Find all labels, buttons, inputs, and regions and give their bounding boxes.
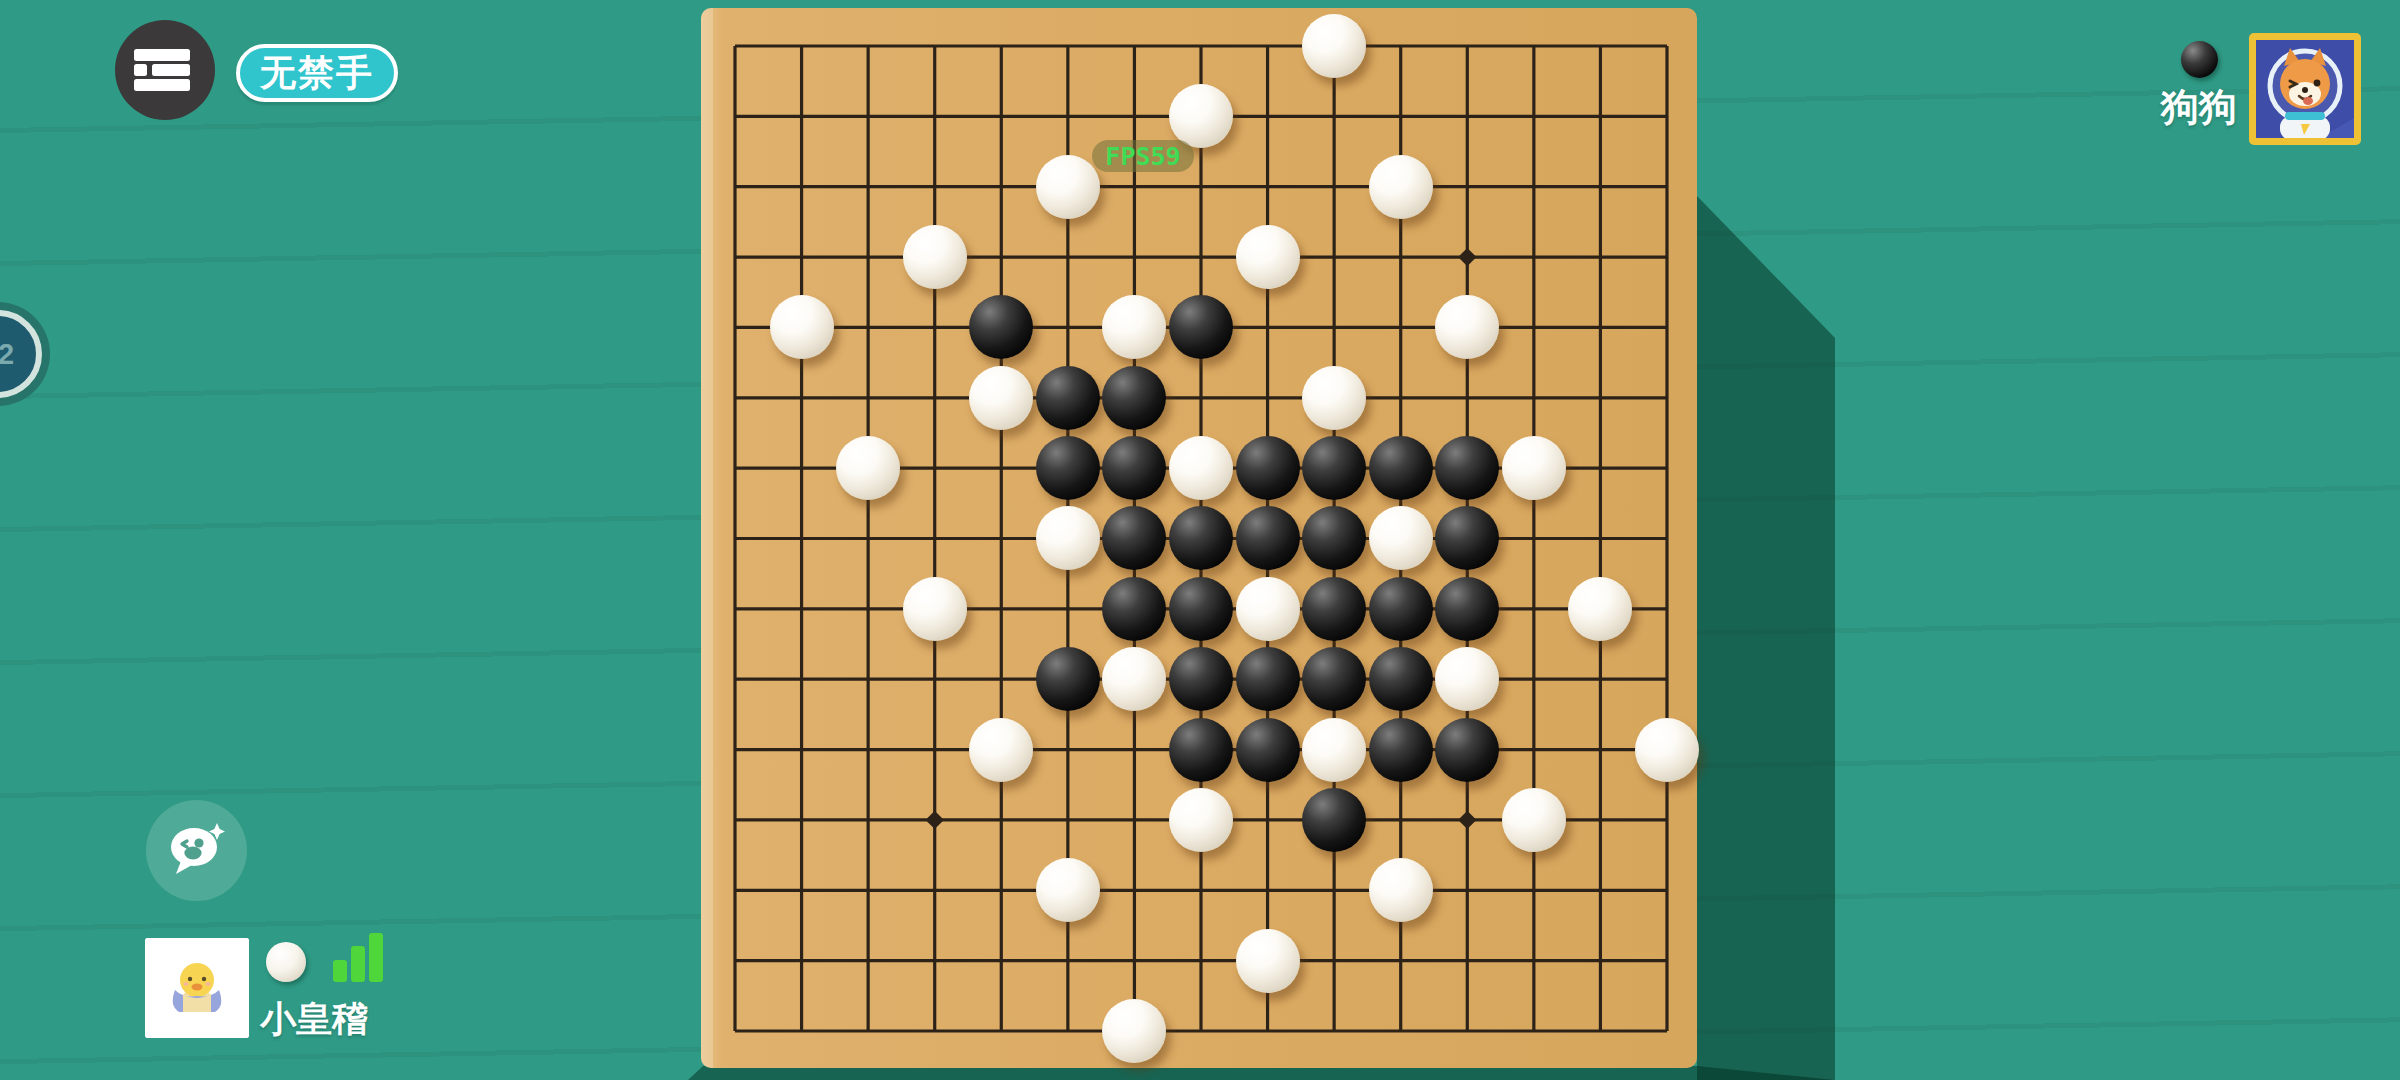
stone-white: [1036, 155, 1100, 219]
rule-badge: 无禁手: [236, 44, 398, 102]
player-top-avatar: [2249, 33, 2361, 145]
white-stone-indicator: [266, 942, 306, 982]
stone-black: [1369, 718, 1433, 782]
stone-white: [1502, 436, 1566, 500]
stone-white: [1568, 577, 1632, 641]
menu-bar-middle: [134, 64, 190, 76]
stone-black: [1435, 718, 1499, 782]
stone-white: [1502, 788, 1566, 852]
stone-black: [1302, 647, 1366, 711]
chat-emote-button[interactable]: [146, 800, 247, 901]
stone-black: [1169, 577, 1233, 641]
game-screen: 无禁手 22 FPS59 狗狗: [0, 0, 2400, 1080]
stone-black: [1036, 647, 1100, 711]
stone-white: [1369, 858, 1433, 922]
stone-white: [836, 436, 900, 500]
black-stone-indicator: [2181, 41, 2218, 78]
stone-black: [1369, 647, 1433, 711]
stone-black: [1236, 647, 1300, 711]
stone-white: [903, 225, 967, 289]
stone-white: [1102, 999, 1166, 1063]
stone-black: [1302, 788, 1366, 852]
stone-white: [1369, 506, 1433, 570]
stone-black: [1169, 295, 1233, 359]
gomoku-board[interactable]: [701, 8, 1697, 1068]
stone-white: [1302, 366, 1366, 430]
stone-white: [1036, 858, 1100, 922]
stone-black: [1236, 436, 1300, 500]
stone-black: [1369, 436, 1433, 500]
stone-black: [1302, 577, 1366, 641]
stone-white: [1236, 225, 1300, 289]
menu-bar-top: [134, 49, 190, 61]
duck-avatar-icon: [145, 938, 249, 1038]
stone-white: [903, 577, 967, 641]
stone-black: [1169, 506, 1233, 570]
stone-white: [969, 718, 1033, 782]
stone-white: [1169, 788, 1233, 852]
rule-badge-label: 无禁手: [260, 49, 374, 98]
star-point: [1458, 811, 1476, 829]
stone-white: [1435, 647, 1499, 711]
stone-black: [1369, 577, 1433, 641]
fps-counter: FPS59: [1092, 140, 1194, 172]
stone-black: [1236, 506, 1300, 570]
stone-black: [1102, 366, 1166, 430]
stone-white: [1369, 155, 1433, 219]
stone-white: [1236, 577, 1300, 641]
stone-black: [1102, 577, 1166, 641]
stone-black: [1169, 647, 1233, 711]
connection-signal-icon: [333, 933, 383, 982]
player-bottom-avatar: [145, 938, 249, 1038]
stone-black: [1236, 718, 1300, 782]
timer-value: 22: [0, 338, 14, 371]
stone-white: [1036, 506, 1100, 570]
player-top-name: 狗狗: [2161, 82, 2237, 133]
stone-black: [1435, 577, 1499, 641]
star-point: [926, 811, 944, 829]
stone-white: [1635, 718, 1699, 782]
stone-black: [1036, 366, 1100, 430]
stone-white: [1169, 84, 1233, 148]
stone-black: [1302, 436, 1366, 500]
stone-white: [1302, 14, 1366, 78]
stone-white: [969, 366, 1033, 430]
player-bottom-name: 小皇稽: [260, 995, 368, 1044]
player-top: 狗狗: [2161, 33, 2361, 145]
stone-black: [1036, 436, 1100, 500]
stone-white: [770, 295, 834, 359]
shiba-astronaut-icon: [2256, 40, 2354, 138]
star-point: [1458, 248, 1476, 266]
stone-white: [1169, 436, 1233, 500]
menu-button[interactable]: [115, 20, 215, 120]
stone-black: [1169, 718, 1233, 782]
stone-white: [1236, 929, 1300, 993]
chat-bubble-icon: [165, 819, 229, 883]
stone-black: [1435, 436, 1499, 500]
menu-bar-bottom: [134, 79, 190, 91]
stone-white: [1302, 718, 1366, 782]
